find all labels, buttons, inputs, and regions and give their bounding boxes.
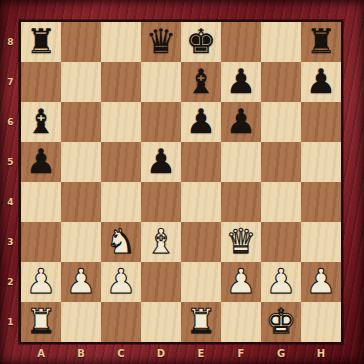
square-g1[interactable]: ♚ <box>261 302 301 342</box>
square-c3[interactable]: ♞ <box>101 222 141 262</box>
square-c2[interactable]: ♟ <box>101 262 141 302</box>
piece-white-rook[interactable]: ♜ <box>186 304 216 338</box>
rank-label-1: 1 <box>0 302 21 342</box>
square-c1[interactable] <box>101 302 141 342</box>
square-c7[interactable] <box>101 62 141 102</box>
file-label-g: G <box>261 342 301 364</box>
piece-black-bishop[interactable]: ♝ <box>186 64 216 98</box>
piece-white-pawn[interactable]: ♟ <box>306 264 336 298</box>
file-label-c: C <box>101 342 141 364</box>
square-b5[interactable] <box>61 142 101 182</box>
square-b8[interactable] <box>61 22 101 62</box>
square-g7[interactable] <box>261 62 301 102</box>
piece-black-queen[interactable]: ♛ <box>146 24 176 58</box>
file-labels: ABCDEFGH <box>21 342 341 364</box>
square-g3[interactable] <box>261 222 301 262</box>
piece-white-king[interactable]: ♚ <box>266 304 296 338</box>
square-e2[interactable] <box>181 262 221 302</box>
square-e8[interactable]: ♚ <box>181 22 221 62</box>
square-a3[interactable] <box>21 222 61 262</box>
square-e6[interactable]: ♟ <box>181 102 221 142</box>
square-f1[interactable] <box>221 302 261 342</box>
square-a4[interactable] <box>21 182 61 222</box>
square-h2[interactable]: ♟ <box>301 262 341 302</box>
rank-label-2: 2 <box>0 262 21 302</box>
piece-black-rook[interactable]: ♜ <box>26 24 56 58</box>
square-a2[interactable]: ♟ <box>21 262 61 302</box>
piece-white-rook[interactable]: ♜ <box>26 304 56 338</box>
piece-white-pawn[interactable]: ♟ <box>266 264 296 298</box>
piece-white-pawn[interactable]: ♟ <box>226 264 256 298</box>
square-a1[interactable]: ♜ <box>21 302 61 342</box>
file-label-e: E <box>181 342 221 364</box>
square-f8[interactable] <box>221 22 261 62</box>
piece-white-knight[interactable]: ♞ <box>106 224 136 258</box>
file-label-a: A <box>21 342 61 364</box>
square-d2[interactable] <box>141 262 181 302</box>
chess-board-frame: 87654321 ♜♛♚♜♝♟♟♝♟♟♟♟♞♝♛♟♟♟♟♟♟♜♜♚ ABCDEF… <box>0 0 364 364</box>
square-c8[interactable] <box>101 22 141 62</box>
piece-white-queen[interactable]: ♛ <box>226 224 256 258</box>
square-h7[interactable]: ♟ <box>301 62 341 102</box>
file-label-f: F <box>221 342 261 364</box>
square-b3[interactable] <box>61 222 101 262</box>
square-b7[interactable] <box>61 62 101 102</box>
square-e5[interactable] <box>181 142 221 182</box>
piece-black-pawn[interactable]: ♟ <box>226 104 256 138</box>
rank-label-7: 7 <box>0 62 21 102</box>
piece-black-king[interactable]: ♚ <box>186 24 216 58</box>
piece-black-bishop[interactable]: ♝ <box>26 104 56 138</box>
square-f5[interactable] <box>221 142 261 182</box>
square-h6[interactable] <box>301 102 341 142</box>
square-c6[interactable] <box>101 102 141 142</box>
piece-black-pawn[interactable]: ♟ <box>146 144 176 178</box>
square-c5[interactable] <box>101 142 141 182</box>
piece-white-pawn[interactable]: ♟ <box>26 264 56 298</box>
rank-label-5: 5 <box>0 142 21 182</box>
square-g2[interactable]: ♟ <box>261 262 301 302</box>
piece-black-pawn[interactable]: ♟ <box>226 64 256 98</box>
square-h5[interactable] <box>301 142 341 182</box>
square-f6[interactable]: ♟ <box>221 102 261 142</box>
square-c4[interactable] <box>101 182 141 222</box>
rank-label-6: 6 <box>0 102 21 142</box>
square-g6[interactable] <box>261 102 301 142</box>
piece-black-pawn[interactable]: ♟ <box>306 64 336 98</box>
square-b2[interactable]: ♟ <box>61 262 101 302</box>
rank-label-4: 4 <box>0 182 21 222</box>
piece-white-pawn[interactable]: ♟ <box>106 264 136 298</box>
piece-black-pawn[interactable]: ♟ <box>186 104 216 138</box>
piece-black-rook[interactable]: ♜ <box>306 24 336 58</box>
piece-white-pawn[interactable]: ♟ <box>66 264 96 298</box>
chess-board[interactable]: ♜♛♚♜♝♟♟♝♟♟♟♟♞♝♛♟♟♟♟♟♟♜♜♚ <box>21 22 341 342</box>
square-a7[interactable] <box>21 62 61 102</box>
rank-labels: 87654321 <box>0 22 21 342</box>
piece-white-bishop[interactable]: ♝ <box>146 224 176 258</box>
square-d8[interactable]: ♛ <box>141 22 181 62</box>
square-e1[interactable]: ♜ <box>181 302 221 342</box>
square-e4[interactable] <box>181 182 221 222</box>
square-d5[interactable]: ♟ <box>141 142 181 182</box>
square-h4[interactable] <box>301 182 341 222</box>
square-e7[interactable]: ♝ <box>181 62 221 102</box>
square-d1[interactable] <box>141 302 181 342</box>
square-b1[interactable] <box>61 302 101 342</box>
file-label-d: D <box>141 342 181 364</box>
square-b6[interactable] <box>61 102 101 142</box>
square-d4[interactable] <box>141 182 181 222</box>
square-d7[interactable] <box>141 62 181 102</box>
square-h3[interactable] <box>301 222 341 262</box>
square-f7[interactable]: ♟ <box>221 62 261 102</box>
square-d3[interactable]: ♝ <box>141 222 181 262</box>
file-label-h: H <box>301 342 341 364</box>
square-h1[interactable] <box>301 302 341 342</box>
piece-black-pawn[interactable]: ♟ <box>26 144 56 178</box>
square-f4[interactable] <box>221 182 261 222</box>
square-g4[interactable] <box>261 182 301 222</box>
square-h8[interactable]: ♜ <box>301 22 341 62</box>
square-f3[interactable]: ♛ <box>221 222 261 262</box>
square-b4[interactable] <box>61 182 101 222</box>
square-g8[interactable] <box>261 22 301 62</box>
square-a6[interactable]: ♝ <box>21 102 61 142</box>
square-e3[interactable] <box>181 222 221 262</box>
square-f2[interactable]: ♟ <box>221 262 261 302</box>
square-g5[interactable] <box>261 142 301 182</box>
file-label-b: B <box>61 342 101 364</box>
square-a5[interactable]: ♟ <box>21 142 61 182</box>
rank-label-3: 3 <box>0 222 21 262</box>
square-d6[interactable] <box>141 102 181 142</box>
rank-label-8: 8 <box>0 22 21 62</box>
square-a8[interactable]: ♜ <box>21 22 61 62</box>
